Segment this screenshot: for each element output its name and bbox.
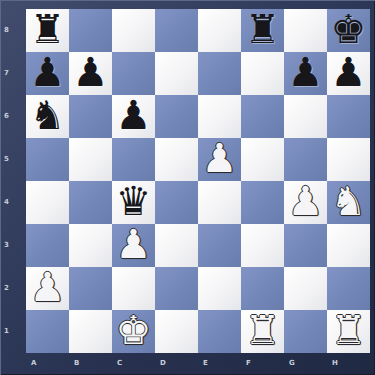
square-e3[interactable] xyxy=(198,224,241,267)
square-a6[interactable]: ♞ xyxy=(26,95,69,138)
square-e8[interactable] xyxy=(198,9,241,52)
rank-label-1: 1 xyxy=(4,327,18,335)
square-c8[interactable] xyxy=(112,9,155,52)
square-g1[interactable] xyxy=(284,310,327,353)
file-label-d: D xyxy=(160,359,174,367)
file-label-f: F xyxy=(246,359,260,367)
black-king-icon[interactable]: ♚ xyxy=(331,8,367,51)
square-d1[interactable] xyxy=(155,310,198,353)
white-pawn-icon[interactable]: ♟ xyxy=(30,266,66,309)
black-knight-icon[interactable]: ♞ xyxy=(30,94,66,137)
square-f7[interactable] xyxy=(241,52,284,95)
black-rook-icon[interactable]: ♜ xyxy=(30,8,66,51)
white-pawn-icon[interactable]: ♟ xyxy=(288,180,324,223)
square-h3[interactable] xyxy=(327,224,370,267)
square-f3[interactable] xyxy=(241,224,284,267)
file-label-e: E xyxy=(203,359,217,367)
square-c6[interactable]: ♟ xyxy=(112,95,155,138)
square-a7[interactable]: ♟ xyxy=(26,52,69,95)
square-f5[interactable] xyxy=(241,138,284,181)
square-e4[interactable] xyxy=(198,181,241,224)
black-pawn-icon[interactable]: ♟ xyxy=(331,51,367,94)
white-king-icon[interactable]: ♚ xyxy=(116,309,152,352)
file-label-b: B xyxy=(74,359,88,367)
rank-label-7: 7 xyxy=(4,69,18,77)
white-pawn-icon[interactable]: ♟ xyxy=(116,223,152,266)
square-a5[interactable] xyxy=(26,138,69,181)
white-knight-icon[interactable]: ♞ xyxy=(331,180,367,223)
square-c7[interactable] xyxy=(112,52,155,95)
square-f2[interactable] xyxy=(241,267,284,310)
rank-label-2: 2 xyxy=(4,284,18,292)
square-h8[interactable]: ♚ xyxy=(327,9,370,52)
square-d6[interactable] xyxy=(155,95,198,138)
square-f8[interactable]: ♜ xyxy=(241,9,284,52)
rank-label-6: 6 xyxy=(4,112,18,120)
square-d3[interactable] xyxy=(155,224,198,267)
square-h4[interactable]: ♞ xyxy=(327,181,370,224)
black-pawn-icon[interactable]: ♟ xyxy=(73,51,109,94)
white-pawn-icon[interactable]: ♟ xyxy=(202,137,238,180)
square-a3[interactable] xyxy=(26,224,69,267)
square-f4[interactable] xyxy=(241,181,284,224)
rank-label-4: 4 xyxy=(4,198,18,206)
square-h1[interactable]: ♜ xyxy=(327,310,370,353)
square-a2[interactable]: ♟ xyxy=(26,267,69,310)
file-label-g: G xyxy=(289,359,303,367)
file-label-c: C xyxy=(117,359,131,367)
black-rook-icon[interactable]: ♜ xyxy=(245,8,281,51)
square-g5[interactable] xyxy=(284,138,327,181)
square-e6[interactable] xyxy=(198,95,241,138)
square-e1[interactable] xyxy=(198,310,241,353)
square-c5[interactable] xyxy=(112,138,155,181)
square-h5[interactable] xyxy=(327,138,370,181)
black-queen-icon[interactable]: ♛ xyxy=(116,180,152,223)
square-b8[interactable] xyxy=(69,9,112,52)
square-a8[interactable]: ♜ xyxy=(26,9,69,52)
square-g7[interactable]: ♟ xyxy=(284,52,327,95)
square-a1[interactable] xyxy=(26,310,69,353)
black-pawn-icon[interactable]: ♟ xyxy=(116,94,152,137)
square-b3[interactable] xyxy=(69,224,112,267)
square-d5[interactable] xyxy=(155,138,198,181)
file-label-a: A xyxy=(31,359,45,367)
square-g3[interactable] xyxy=(284,224,327,267)
square-b4[interactable] xyxy=(69,181,112,224)
white-rook-icon[interactable]: ♜ xyxy=(331,309,367,352)
chess-board-frame: ♜♜♚♟♟♟♟♞♟♟♛♟♞♟♟♚♜♜ 87654321ABCDEFGH xyxy=(0,0,375,375)
square-b7[interactable]: ♟ xyxy=(69,52,112,95)
square-c2[interactable] xyxy=(112,267,155,310)
square-g8[interactable] xyxy=(284,9,327,52)
rank-label-3: 3 xyxy=(4,241,18,249)
black-pawn-icon[interactable]: ♟ xyxy=(30,51,66,94)
square-d2[interactable] xyxy=(155,267,198,310)
black-pawn-icon[interactable]: ♟ xyxy=(288,51,324,94)
square-e5[interactable]: ♟ xyxy=(198,138,241,181)
square-c3[interactable]: ♟ xyxy=(112,224,155,267)
square-d8[interactable] xyxy=(155,9,198,52)
square-g2[interactable] xyxy=(284,267,327,310)
square-d4[interactable] xyxy=(155,181,198,224)
square-d7[interactable] xyxy=(155,52,198,95)
square-h6[interactable] xyxy=(327,95,370,138)
square-e7[interactable] xyxy=(198,52,241,95)
square-h2[interactable] xyxy=(327,267,370,310)
square-c4[interactable]: ♛ xyxy=(112,181,155,224)
square-h7[interactable]: ♟ xyxy=(327,52,370,95)
square-c1[interactable]: ♚ xyxy=(112,310,155,353)
square-f1[interactable]: ♜ xyxy=(241,310,284,353)
square-g6[interactable] xyxy=(284,95,327,138)
square-b1[interactable] xyxy=(69,310,112,353)
file-label-h: H xyxy=(332,359,346,367)
chess-board: ♜♜♚♟♟♟♟♞♟♟♛♟♞♟♟♚♜♜ xyxy=(26,9,370,353)
square-f6[interactable] xyxy=(241,95,284,138)
white-rook-icon[interactable]: ♜ xyxy=(245,309,281,352)
square-e2[interactable] xyxy=(198,267,241,310)
square-b2[interactable] xyxy=(69,267,112,310)
rank-label-8: 8 xyxy=(4,26,18,34)
square-b5[interactable] xyxy=(69,138,112,181)
square-g4[interactable]: ♟ xyxy=(284,181,327,224)
square-a4[interactable] xyxy=(26,181,69,224)
square-b6[interactable] xyxy=(69,95,112,138)
rank-label-5: 5 xyxy=(4,155,18,163)
